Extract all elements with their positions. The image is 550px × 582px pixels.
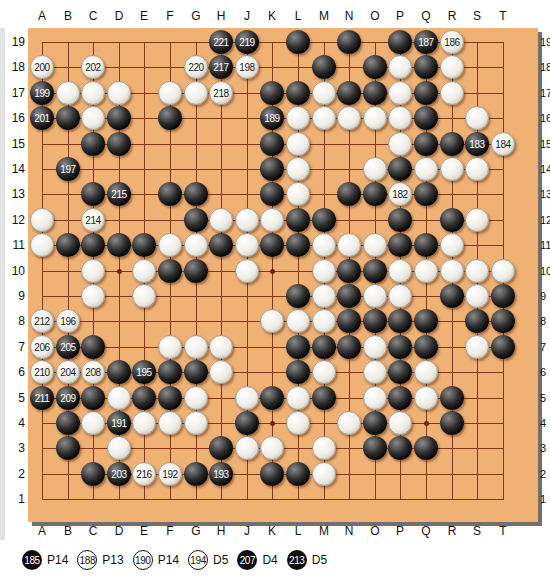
white-stone <box>81 55 105 79</box>
black-stone <box>440 386 464 410</box>
column-label-bottom: T <box>493 524 513 538</box>
column-label-bottom: A <box>32 524 52 538</box>
white-stone <box>132 411 156 435</box>
white-stone <box>286 157 310 181</box>
black-stone <box>337 182 361 206</box>
column-label-bottom: L <box>288 524 308 538</box>
white-stone <box>286 106 310 130</box>
white-stone <box>184 55 208 79</box>
row-label-right: 19 <box>540 35 550 49</box>
white-stone <box>388 259 412 283</box>
white-stone <box>312 462 336 486</box>
caption-move-coord: P14 <box>47 553 68 567</box>
black-stone <box>158 386 182 410</box>
white-stone <box>81 284 105 308</box>
white-stone <box>312 81 336 105</box>
black-stone <box>107 132 131 156</box>
column-label-top: O <box>365 9 385 23</box>
caption-move-coord: D4 <box>262 553 277 567</box>
black-stone <box>209 30 233 54</box>
row-label-left: 11 <box>1 238 25 252</box>
black-stone <box>363 182 387 206</box>
black-stone <box>260 157 284 181</box>
column-label-top: G <box>186 9 206 23</box>
column-label-top: Q <box>416 9 436 23</box>
black-stone <box>414 30 438 54</box>
black-stone <box>56 157 80 181</box>
black-stone <box>260 182 284 206</box>
black-stone <box>337 309 361 333</box>
white-stone <box>184 233 208 257</box>
white-stone <box>312 259 336 283</box>
black-stone <box>388 386 412 410</box>
black-stone <box>56 233 80 257</box>
black-stone <box>81 462 105 486</box>
black-stone <box>363 55 387 79</box>
caption-move: 213D5 <box>287 550 327 570</box>
column-label-bottom: H <box>211 524 231 538</box>
white-stone <box>209 360 233 384</box>
row-label-right: 13 <box>540 187 550 201</box>
caption-move-disc: 185 <box>22 550 42 570</box>
white-stone <box>184 335 208 359</box>
white-stone <box>465 335 489 359</box>
column-label-top: H <box>211 9 231 23</box>
white-stone <box>235 436 259 460</box>
white-stone <box>388 182 412 206</box>
black-stone <box>388 335 412 359</box>
black-stone <box>158 360 182 384</box>
caption-move-coord: P13 <box>102 553 123 567</box>
row-label-right: 14 <box>540 162 550 176</box>
black-stone <box>56 386 80 410</box>
black-stone <box>491 284 515 308</box>
column-label-top: B <box>58 9 78 23</box>
black-stone <box>81 132 105 156</box>
black-stone <box>312 386 336 410</box>
black-stone <box>337 284 361 308</box>
row-label-right: 3 <box>540 441 550 455</box>
white-stone <box>337 411 361 435</box>
caption-move: 194D5 <box>188 550 228 570</box>
white-stone <box>260 436 284 460</box>
white-stone <box>184 411 208 435</box>
caption-move: 185P14 <box>22 550 68 570</box>
black-stone <box>465 309 489 333</box>
caption-move-disc: 207 <box>237 550 257 570</box>
row-label-right: 15 <box>540 137 550 151</box>
white-stone <box>363 335 387 359</box>
row-label-right: 16 <box>540 111 550 125</box>
white-stone <box>440 81 464 105</box>
black-stone <box>81 182 105 206</box>
white-stone <box>388 55 412 79</box>
white-stone <box>184 81 208 105</box>
black-stone <box>414 132 438 156</box>
star-point <box>117 269 122 274</box>
black-stone <box>184 182 208 206</box>
row-label-left: 16 <box>1 111 25 125</box>
black-stone <box>312 55 336 79</box>
white-stone <box>363 157 387 181</box>
column-label-top: F <box>160 9 180 23</box>
black-stone <box>260 106 284 130</box>
column-label-bottom: R <box>442 524 462 538</box>
white-stone <box>56 309 80 333</box>
black-stone <box>414 182 438 206</box>
black-stone <box>312 335 336 359</box>
column-label-bottom: E <box>134 524 154 538</box>
white-stone <box>440 157 464 181</box>
black-stone <box>158 106 182 130</box>
column-label-top: L <box>288 9 308 23</box>
black-stone <box>30 386 54 410</box>
column-label-top: R <box>442 9 462 23</box>
row-label-left: 10 <box>1 264 25 278</box>
move-caption: 185P14188P13190P14194D5207D4213D5 <box>22 548 336 572</box>
row-label-left: 18 <box>1 60 25 74</box>
white-stone <box>30 335 54 359</box>
white-stone <box>465 106 489 130</box>
row-label-left: 6 <box>1 365 25 379</box>
black-stone <box>56 335 80 359</box>
black-stone <box>388 436 412 460</box>
white-stone <box>107 436 131 460</box>
black-stone <box>337 81 361 105</box>
grid-horizontal-line <box>42 296 504 297</box>
white-stone <box>363 386 387 410</box>
white-stone <box>235 259 259 283</box>
white-stone <box>81 106 105 130</box>
black-stone <box>388 30 412 54</box>
black-stone <box>209 436 233 460</box>
black-stone <box>286 462 310 486</box>
white-stone <box>363 360 387 384</box>
white-stone <box>465 259 489 283</box>
black-stone <box>388 208 412 232</box>
column-label-bottom: D <box>109 524 129 538</box>
black-stone <box>132 386 156 410</box>
left-edge-strip <box>0 28 5 540</box>
white-stone <box>465 208 489 232</box>
black-stone <box>388 360 412 384</box>
column-label-top: E <box>134 9 154 23</box>
white-stone <box>414 360 438 384</box>
white-stone <box>132 284 156 308</box>
caption-move: 207D4 <box>237 550 277 570</box>
column-label-bottom: C <box>83 524 103 538</box>
black-stone <box>465 132 489 156</box>
column-label-top: C <box>83 9 103 23</box>
black-stone <box>388 157 412 181</box>
row-label-right: 2 <box>540 467 550 481</box>
column-label-bottom: S <box>467 524 487 538</box>
white-stone <box>286 182 310 206</box>
white-stone <box>312 309 336 333</box>
column-label-top: T <box>493 9 513 23</box>
row-label-left: 9 <box>1 289 25 303</box>
black-stone <box>363 309 387 333</box>
white-stone <box>465 284 489 308</box>
black-stone <box>388 233 412 257</box>
white-stone <box>286 386 310 410</box>
black-stone <box>414 55 438 79</box>
white-stone <box>414 386 438 410</box>
white-stone <box>81 360 105 384</box>
black-stone <box>184 208 208 232</box>
column-label-bottom: P <box>390 524 410 538</box>
row-label-left: 12 <box>1 213 25 227</box>
black-stone <box>209 55 233 79</box>
black-stone <box>491 335 515 359</box>
black-stone <box>235 30 259 54</box>
black-stone <box>286 81 310 105</box>
column-label-bottom: K <box>262 524 282 538</box>
white-stone <box>363 106 387 130</box>
white-stone <box>414 259 438 283</box>
white-stone <box>312 436 336 460</box>
black-stone <box>107 182 131 206</box>
row-label-left: 1 <box>1 492 25 506</box>
white-stone <box>286 132 310 156</box>
black-stone <box>286 360 310 384</box>
white-stone <box>235 55 259 79</box>
go-board: 2212191871862002022202171981992182011891… <box>28 28 538 522</box>
column-label-bottom: J <box>237 524 257 538</box>
white-stone <box>491 132 515 156</box>
white-stone <box>209 81 233 105</box>
black-stone <box>56 106 80 130</box>
black-stone <box>107 462 131 486</box>
black-stone <box>235 411 259 435</box>
white-stone <box>81 411 105 435</box>
black-stone <box>260 81 284 105</box>
row-label-left: 7 <box>1 340 25 354</box>
black-stone <box>107 360 131 384</box>
black-stone <box>132 233 156 257</box>
black-stone <box>363 436 387 460</box>
star-point <box>424 421 429 426</box>
column-label-top: K <box>262 9 282 23</box>
column-label-top: M <box>314 9 334 23</box>
white-stone <box>235 233 259 257</box>
white-stone <box>388 284 412 308</box>
black-stone <box>81 335 105 359</box>
black-stone <box>286 30 310 54</box>
white-stone <box>107 81 131 105</box>
white-stone <box>158 233 182 257</box>
caption-move-disc: 213 <box>287 550 307 570</box>
black-stone <box>107 233 131 257</box>
row-label-left: 15 <box>1 137 25 151</box>
white-stone <box>30 360 54 384</box>
row-label-right: 4 <box>540 416 550 430</box>
column-label-bottom: F <box>160 524 180 538</box>
white-stone <box>56 360 80 384</box>
black-stone <box>440 208 464 232</box>
white-stone <box>81 81 105 105</box>
black-stone <box>286 284 310 308</box>
row-label-right: 11 <box>540 238 550 252</box>
column-label-top: J <box>237 9 257 23</box>
white-stone <box>235 208 259 232</box>
white-stone <box>388 106 412 130</box>
black-stone <box>286 208 310 232</box>
row-label-left: 5 <box>1 391 25 405</box>
row-label-right: 8 <box>540 314 550 328</box>
white-stone <box>312 284 336 308</box>
white-stone <box>440 233 464 257</box>
black-stone <box>414 335 438 359</box>
white-stone <box>440 55 464 79</box>
white-stone <box>363 233 387 257</box>
black-stone <box>184 259 208 283</box>
caption-move: 188P13 <box>77 550 123 570</box>
black-stone <box>260 233 284 257</box>
black-stone <box>414 106 438 130</box>
caption-move-coord: D5 <box>213 553 228 567</box>
column-label-bottom: M <box>314 524 334 538</box>
white-stone <box>260 208 284 232</box>
row-label-left: 17 <box>1 86 25 100</box>
white-stone <box>363 284 387 308</box>
column-label-top: N <box>339 9 359 23</box>
column-label-top: S <box>467 9 487 23</box>
black-stone <box>260 462 284 486</box>
black-stone <box>107 411 131 435</box>
white-stone <box>465 157 489 181</box>
black-stone <box>414 81 438 105</box>
black-stone <box>209 233 233 257</box>
caption-move-disc: 190 <box>133 550 153 570</box>
black-stone <box>56 436 80 460</box>
black-stone <box>286 233 310 257</box>
white-stone <box>81 208 105 232</box>
column-label-top: A <box>32 9 52 23</box>
star-point <box>270 269 275 274</box>
row-label-right: 7 <box>540 340 550 354</box>
black-stone <box>388 309 412 333</box>
white-stone <box>158 462 182 486</box>
black-stone <box>81 386 105 410</box>
column-label-bottom: N <box>339 524 359 538</box>
white-stone <box>440 30 464 54</box>
black-stone <box>440 132 464 156</box>
column-label-bottom: O <box>365 524 385 538</box>
white-stone <box>184 386 208 410</box>
black-stone <box>414 309 438 333</box>
row-label-right: 1 <box>540 492 550 506</box>
black-stone <box>56 411 80 435</box>
black-stone <box>158 182 182 206</box>
white-stone <box>312 360 336 384</box>
row-label-left: 8 <box>1 314 25 328</box>
white-stone <box>337 106 361 130</box>
column-label-top: D <box>109 9 129 23</box>
row-label-right: 17 <box>540 86 550 100</box>
black-stone <box>30 81 54 105</box>
row-label-left: 13 <box>1 187 25 201</box>
star-point <box>270 421 275 426</box>
white-stone <box>337 233 361 257</box>
caption-move-disc: 188 <box>77 550 97 570</box>
white-stone <box>30 233 54 257</box>
row-label-right: 6 <box>540 365 550 379</box>
white-stone <box>491 259 515 283</box>
white-stone <box>30 309 54 333</box>
black-stone <box>414 436 438 460</box>
caption-move: 190P14 <box>133 550 179 570</box>
black-stone <box>337 259 361 283</box>
caption-move-coord: D5 <box>312 553 327 567</box>
white-stone <box>56 81 80 105</box>
row-label-left: 14 <box>1 162 25 176</box>
white-stone <box>388 81 412 105</box>
black-stone <box>337 30 361 54</box>
white-stone <box>235 386 259 410</box>
white-stone <box>30 55 54 79</box>
white-stone <box>30 208 54 232</box>
row-label-left: 19 <box>1 35 25 49</box>
black-stone <box>337 335 361 359</box>
black-stone <box>491 309 515 333</box>
black-stone <box>440 284 464 308</box>
caption-move-coord: P14 <box>158 553 179 567</box>
row-label-left: 4 <box>1 416 25 430</box>
black-stone <box>363 259 387 283</box>
column-label-bottom: Q <box>416 524 436 538</box>
row-label-left: 3 <box>1 441 25 455</box>
white-stone <box>388 411 412 435</box>
white-stone <box>286 309 310 333</box>
black-stone <box>107 106 131 130</box>
black-stone <box>81 233 105 257</box>
black-stone <box>286 335 310 359</box>
row-label-right: 18 <box>540 60 550 74</box>
grid-horizontal-line <box>42 499 504 500</box>
black-stone <box>363 81 387 105</box>
white-stone <box>209 208 233 232</box>
white-stone <box>286 411 310 435</box>
black-stone <box>312 208 336 232</box>
black-stone <box>260 132 284 156</box>
white-stone <box>414 157 438 181</box>
row-label-right: 10 <box>540 264 550 278</box>
white-stone <box>440 259 464 283</box>
white-stone <box>388 132 412 156</box>
white-stone <box>81 259 105 283</box>
row-label-right: 9 <box>540 289 550 303</box>
white-stone <box>209 335 233 359</box>
row-label-right: 5 <box>540 391 550 405</box>
black-stone <box>30 106 54 130</box>
white-stone <box>260 309 284 333</box>
white-stone <box>107 386 131 410</box>
black-stone <box>209 462 233 486</box>
black-stone <box>132 360 156 384</box>
black-stone <box>158 259 182 283</box>
black-stone <box>184 462 208 486</box>
row-label-left: 2 <box>1 467 25 481</box>
white-stone <box>132 462 156 486</box>
column-label-top: P <box>390 9 410 23</box>
black-stone <box>414 233 438 257</box>
caption-move-disc: 194 <box>188 550 208 570</box>
white-stone <box>312 106 336 130</box>
white-stone <box>132 259 156 283</box>
black-stone <box>260 386 284 410</box>
black-stone <box>440 411 464 435</box>
